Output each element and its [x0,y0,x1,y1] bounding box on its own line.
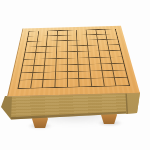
board-cell [31,80,44,88]
board-cell [43,79,56,87]
board-cell [68,79,80,87]
shogi-board-photo [0,0,150,150]
board-cell [55,79,67,87]
shogi-grid [18,29,131,89]
board-cell [79,78,92,86]
board-cell [115,78,129,86]
board-top-surface [7,26,140,97]
